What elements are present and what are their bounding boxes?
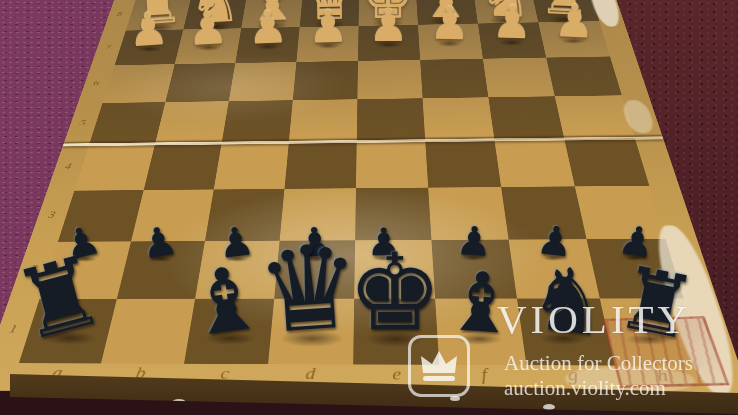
piece-shadow — [499, 39, 524, 46]
square-g4 — [494, 139, 574, 187]
rank-label-1: 1 — [0, 322, 27, 336]
square-a4 — [74, 144, 155, 191]
square-b4 — [144, 143, 222, 190]
square-c3 — [205, 189, 285, 241]
piece-shadow — [257, 21, 289, 30]
square-d4 — [284, 141, 356, 188]
piece-shadow — [457, 333, 502, 345]
square-e4 — [356, 141, 428, 189]
rank-label-3: 3 — [40, 209, 64, 220]
piece-shadow — [200, 22, 232, 31]
piece-shadow — [489, 16, 521, 25]
square-f2 — [431, 240, 517, 299]
square-h3 — [575, 186, 666, 239]
paint-chip — [450, 396, 460, 401]
piece-shadow — [542, 255, 564, 261]
file-label-e: e — [382, 365, 411, 385]
rank-label-6: 6 — [86, 79, 106, 88]
square-f6 — [420, 59, 488, 99]
square-h4 — [564, 138, 649, 186]
square-f3 — [428, 187, 508, 240]
piece-shadow — [314, 20, 346, 29]
piece-shadow — [372, 19, 404, 28]
paint-chip — [172, 399, 186, 406]
square-b3 — [131, 189, 214, 241]
square-g5 — [488, 96, 564, 140]
piece-shadow — [623, 255, 645, 261]
piece-shadow — [280, 330, 344, 347]
piece-shadow — [206, 332, 254, 345]
square-d2 — [274, 240, 355, 298]
square-f5 — [423, 97, 495, 140]
square-c4 — [214, 142, 289, 189]
square-g6 — [483, 58, 555, 98]
piece-shadow — [43, 331, 96, 345]
square-c6 — [229, 62, 297, 101]
square-g3 — [501, 186, 586, 239]
square-e5 — [357, 98, 426, 141]
rank-label-2: 2 — [21, 262, 47, 275]
square-c5 — [222, 100, 293, 143]
square-a6 — [103, 64, 175, 103]
square-e3 — [355, 188, 431, 241]
square-a3 — [58, 190, 144, 242]
square-b2 — [117, 241, 205, 299]
auction-photo-stage: 87654321abcdefgh ♜♞♝♛♚♝♞♜♟♟♟♟♟♟♟♟♟♟♟♟♟♟♟… — [0, 0, 738, 415]
square-a5 — [89, 102, 165, 145]
piece-shadow — [376, 41, 401, 48]
square-b1 — [101, 299, 195, 364]
piece-shadow — [548, 15, 580, 24]
paint-chip — [543, 404, 555, 410]
square-d6 — [293, 61, 358, 100]
square-h6 — [546, 56, 622, 96]
rank-label-5: 5 — [72, 118, 93, 127]
file-label-d: d — [296, 364, 325, 384]
rank-label-8: 8 — [110, 11, 128, 18]
board-squares — [19, 0, 704, 366]
square-e6 — [357, 60, 422, 99]
square-b5 — [155, 101, 229, 144]
square-b6 — [165, 63, 235, 102]
square-a2 — [40, 241, 131, 298]
file-label-f: f — [469, 365, 500, 385]
piece-shadow — [316, 42, 341, 49]
square-d5 — [289, 99, 358, 142]
square-e2 — [354, 240, 435, 299]
piece-shadow — [305, 256, 327, 262]
square-d3 — [280, 188, 356, 240]
piece-shadow — [366, 331, 424, 347]
square-c2 — [195, 241, 280, 299]
piece-shadow — [561, 38, 586, 45]
square-f4 — [425, 140, 501, 188]
square-f1 — [435, 299, 526, 366]
square-h5 — [555, 95, 635, 139]
rank-label-4: 4 — [57, 161, 80, 171]
rank-label-7: 7 — [99, 43, 118, 51]
piece-shadow — [437, 40, 462, 47]
square-g2 — [509, 239, 600, 298]
